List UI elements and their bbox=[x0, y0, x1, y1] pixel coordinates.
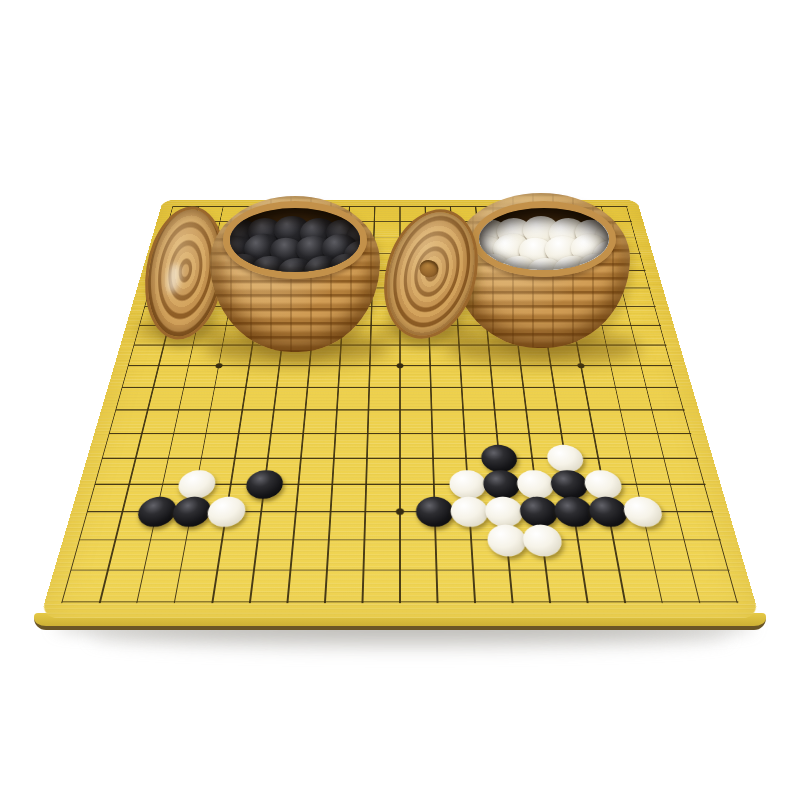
white-stone-M5 bbox=[449, 470, 487, 499]
star-point-D10 bbox=[215, 363, 223, 368]
left-lid-highlight bbox=[164, 263, 182, 295]
white-stone-E4 bbox=[205, 497, 247, 527]
right-bowl-opening bbox=[472, 201, 616, 277]
black-stone-N5 bbox=[482, 470, 521, 499]
white-stone-Q5 bbox=[582, 470, 624, 499]
black-stone-L4 bbox=[416, 497, 454, 527]
white-stone-R4 bbox=[621, 497, 665, 527]
white-stone-M4 bbox=[450, 497, 489, 527]
white-stone-O3 bbox=[521, 524, 563, 556]
black-stone-F5 bbox=[244, 470, 284, 499]
white-stone-O5 bbox=[515, 470, 555, 499]
star-point-K4 bbox=[396, 508, 404, 515]
white-stone-P6 bbox=[545, 445, 585, 472]
star-point-Q10 bbox=[577, 363, 585, 368]
go-set-product-photo bbox=[0, 0, 800, 800]
left-bowl-opening bbox=[223, 201, 367, 279]
black-stone-N6 bbox=[480, 445, 518, 472]
white-stone-N3 bbox=[486, 524, 527, 556]
white-stone-N4 bbox=[484, 497, 524, 527]
right-lid-knob bbox=[417, 258, 440, 280]
black-stone-O4 bbox=[518, 497, 559, 527]
star-point-K10 bbox=[396, 363, 403, 368]
white-stone-D5 bbox=[176, 470, 218, 499]
black-stone-bowl bbox=[206, 188, 384, 354]
black-stone-P5 bbox=[549, 470, 590, 499]
